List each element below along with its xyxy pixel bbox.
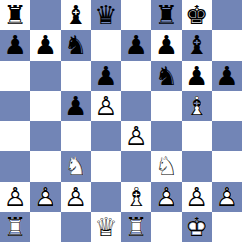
black-pawn[interactable]: ♟ (182, 61, 212, 91)
square-c7[interactable]: ♞ (61, 30, 91, 60)
square-a6[interactable] (0, 61, 30, 91)
square-c8[interactable]: ♝ (61, 0, 91, 30)
white-pawn[interactable]: ♙ (212, 182, 242, 212)
square-c3[interactable]: ♞♘ (61, 151, 91, 181)
white-pawn-fill: ♟ (182, 182, 212, 212)
white-pawn[interactable]: ♙ (182, 182, 212, 212)
square-f4[interactable] (151, 121, 181, 151)
black-pawn[interactable]: ♟ (30, 30, 60, 60)
square-e6[interactable] (121, 61, 151, 91)
white-pawn[interactable]: ♙ (0, 182, 30, 212)
square-f8[interactable]: ♜ (151, 0, 181, 30)
white-pawn-fill: ♟ (61, 182, 91, 212)
square-d7[interactable] (91, 30, 121, 60)
black-pawn[interactable]: ♟ (61, 91, 91, 121)
square-h7[interactable] (212, 30, 242, 60)
square-h8[interactable] (212, 0, 242, 30)
white-pawn[interactable]: ♙ (121, 121, 151, 151)
square-g6[interactable]: ♟ (182, 61, 212, 91)
square-a5[interactable] (0, 91, 30, 121)
square-d5[interactable]: ♟♙ (91, 91, 121, 121)
white-knight-fill: ♞ (61, 151, 91, 181)
white-pawn-fill: ♟ (30, 182, 60, 212)
square-f2[interactable]: ♟♙ (151, 182, 181, 212)
white-pawn[interactable]: ♙ (151, 182, 181, 212)
white-pawn[interactable]: ♙ (61, 182, 91, 212)
white-knight[interactable]: ♘ (61, 151, 91, 181)
square-d4[interactable] (91, 121, 121, 151)
square-c2[interactable]: ♟♙ (61, 182, 91, 212)
black-pawn[interactable]: ♟ (0, 30, 30, 60)
white-bishop-fill: ♝ (182, 91, 212, 121)
square-h6[interactable]: ♟ (212, 61, 242, 91)
white-knight[interactable]: ♘ (151, 151, 181, 181)
black-knight[interactable]: ♞ (61, 30, 91, 60)
square-c1[interactable] (61, 212, 91, 242)
white-pawn[interactable]: ♙ (91, 91, 121, 121)
square-e4[interactable]: ♟♙ (121, 121, 151, 151)
white-rook-fill: ♜ (121, 212, 151, 242)
white-pawn-fill: ♟ (212, 182, 242, 212)
square-h3[interactable] (212, 151, 242, 181)
white-pawn-fill: ♟ (91, 91, 121, 121)
white-bishop[interactable]: ♗ (121, 182, 151, 212)
square-a1[interactable]: ♜♖ (0, 212, 30, 242)
square-c6[interactable] (61, 61, 91, 91)
white-pawn-fill: ♟ (121, 121, 151, 151)
black-pawn[interactable]: ♟ (151, 30, 181, 60)
white-rook-fill: ♜ (0, 212, 30, 242)
square-g2[interactable]: ♟♙ (182, 182, 212, 212)
square-e5[interactable] (121, 91, 151, 121)
white-bishop[interactable]: ♗ (182, 91, 212, 121)
square-g5[interactable]: ♝♗ (182, 91, 212, 121)
square-b4[interactable] (30, 121, 60, 151)
square-d1[interactable]: ♛♕ (91, 212, 121, 242)
square-b6[interactable] (30, 61, 60, 91)
square-h1[interactable] (212, 212, 242, 242)
square-b1[interactable] (30, 212, 60, 242)
square-g4[interactable] (182, 121, 212, 151)
black-pawn[interactable]: ♟ (212, 61, 242, 91)
square-h5[interactable] (212, 91, 242, 121)
black-rook[interactable]: ♜ (0, 0, 30, 30)
square-a8[interactable]: ♜ (0, 0, 30, 30)
square-a3[interactable] (0, 151, 30, 181)
black-queen[interactable]: ♛ (91, 0, 121, 30)
white-knight-fill: ♞ (151, 151, 181, 181)
square-a4[interactable] (0, 121, 30, 151)
white-bishop-fill: ♝ (121, 182, 151, 212)
square-b8[interactable] (30, 0, 60, 30)
square-a7[interactable]: ♟ (0, 30, 30, 60)
black-pawn[interactable]: ♟ (91, 61, 121, 91)
white-king[interactable]: ♔ (182, 212, 212, 242)
square-b2[interactable]: ♟♙ (30, 182, 60, 212)
square-g7[interactable]: ♝ (182, 30, 212, 60)
square-b5[interactable] (30, 91, 60, 121)
square-e7[interactable]: ♟ (121, 30, 151, 60)
square-e8[interactable] (121, 0, 151, 30)
square-d3[interactable] (91, 151, 121, 181)
square-g1[interactable]: ♚♔ (182, 212, 212, 242)
square-g8[interactable]: ♚ (182, 0, 212, 30)
square-e2[interactable]: ♝♗ (121, 182, 151, 212)
white-rook[interactable]: ♖ (121, 212, 151, 242)
square-h4[interactable] (212, 121, 242, 151)
black-bishop[interactable]: ♝ (182, 30, 212, 60)
square-e3[interactable] (121, 151, 151, 181)
square-d6[interactable]: ♟ (91, 61, 121, 91)
square-d2[interactable] (91, 182, 121, 212)
white-pawn[interactable]: ♙ (30, 182, 60, 212)
square-c4[interactable] (61, 121, 91, 151)
square-b3[interactable] (30, 151, 60, 181)
white-queen[interactable]: ♕ (91, 212, 121, 242)
square-d8[interactable]: ♛ (91, 0, 121, 30)
square-c5[interactable]: ♟ (61, 91, 91, 121)
square-f7[interactable]: ♟ (151, 30, 181, 60)
black-king[interactable]: ♚ (182, 0, 212, 30)
white-queen-fill: ♛ (91, 212, 121, 242)
black-pawn[interactable]: ♟ (121, 30, 151, 60)
black-bishop[interactable]: ♝ (61, 0, 91, 30)
white-pawn-fill: ♟ (151, 182, 181, 212)
square-f1[interactable] (151, 212, 181, 242)
chess-board-container: ♜♝♛♜♚♟♟♞♟♟♝♟♞♟♟♟♟♙♝♗♟♙♞♘♞♘♟♙♟♙♟♙♝♗♟♙♟♙♟♙… (0, 0, 242, 242)
chess-board: ♜♝♛♜♚♟♟♞♟♟♝♟♞♟♟♟♟♙♝♗♟♙♞♘♞♘♟♙♟♙♟♙♝♗♟♙♟♙♟♙… (0, 0, 242, 242)
square-f6[interactable]: ♞ (151, 61, 181, 91)
square-h2[interactable]: ♟♙ (212, 182, 242, 212)
square-e1[interactable]: ♜♖ (121, 212, 151, 242)
square-g3[interactable] (182, 151, 212, 181)
white-pawn-fill: ♟ (0, 182, 30, 212)
square-a2[interactable]: ♟♙ (0, 182, 30, 212)
square-b7[interactable]: ♟ (30, 30, 60, 60)
black-rook[interactable]: ♜ (151, 0, 181, 30)
white-rook[interactable]: ♖ (0, 212, 30, 242)
black-knight[interactable]: ♞ (151, 61, 181, 91)
square-f5[interactable] (151, 91, 181, 121)
square-f3[interactable]: ♞♘ (151, 151, 181, 181)
white-king-fill: ♚ (182, 212, 212, 242)
